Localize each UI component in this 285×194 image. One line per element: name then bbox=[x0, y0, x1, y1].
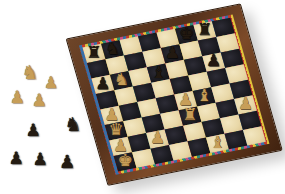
captured-white-pawn-4[interactable]: ♟ bbox=[29, 87, 49, 109]
piece-black-pawn-e7[interactable]: ♟ bbox=[163, 44, 182, 62]
chess-photo-scene: ♜♞♚♜♟♟♞♝♟♟♟♝♛♜♟♟♟♚♝ ♞♟♟♟♟♞♟♟♟ bbox=[0, 0, 285, 194]
piece-black-pawn-g6[interactable]: ♟ bbox=[204, 52, 223, 70]
board-mosaic-trim: ♜♞♚♜♟♟♞♝♟♟♟♝♛♜♟♟♟♚♝ bbox=[79, 15, 270, 175]
captured-black-pawn-4[interactable]: ♟ bbox=[30, 146, 50, 168]
square-h1[interactable] bbox=[243, 126, 266, 145]
piece-black-pawn-a6[interactable]: ♟ bbox=[93, 74, 112, 92]
captured-white-knight-1[interactable]: ♞ bbox=[20, 60, 40, 82]
piece-black-rook-a8[interactable]: ♜ bbox=[85, 43, 104, 61]
piece-white-pawn-c2[interactable]: ♟ bbox=[148, 129, 167, 147]
piece-black-knight-b8[interactable]: ♞ bbox=[103, 39, 122, 57]
piece-white-rook-e3[interactable]: ♜ bbox=[181, 106, 200, 124]
captured-black-pawn-3[interactable]: ♟ bbox=[6, 145, 26, 167]
piece-black-bishop-d6[interactable]: ♝ bbox=[149, 63, 168, 81]
piece-black-rook-g8[interactable]: ♜ bbox=[195, 21, 214, 39]
captured-black-knight-2[interactable]: ♞ bbox=[63, 112, 83, 134]
captured-black-pawn-5[interactable]: ♟ bbox=[57, 149, 77, 171]
board-grid: ♜♞♚♜♟♟♞♝♟♟♟♝♛♜♟♟♟♚♝ bbox=[83, 18, 266, 172]
piece-white-king-a1[interactable]: ♚ bbox=[116, 152, 135, 170]
chess-board: ♜♞♚♜♟♟♞♝♟♟♟♝♛♜♟♟♟♚♝ bbox=[66, 4, 281, 184]
board-frame: ♜♞♚♜♟♟♞♝♟♟♟♝♛♜♟♟♟♚♝ bbox=[66, 3, 283, 185]
captured-white-pawn-3[interactable]: ♟ bbox=[7, 84, 27, 106]
piece-black-king-f8[interactable]: ♚ bbox=[177, 25, 196, 43]
captured-black-pawn-1[interactable]: ♟ bbox=[23, 117, 43, 139]
piece-white-bishop-f1[interactable]: ♝ bbox=[208, 133, 227, 151]
piece-white-knight-b6[interactable]: ♞ bbox=[112, 71, 131, 89]
piece-white-bishop-f4[interactable]: ♝ bbox=[195, 87, 214, 105]
piece-white-pawn-h3[interactable]: ♟ bbox=[236, 95, 255, 113]
